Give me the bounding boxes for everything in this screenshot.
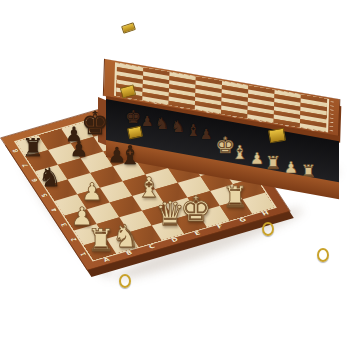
- black-pawn-c7: ♟: [70, 139, 89, 160]
- white-knight-b1: ♞: [112, 221, 140, 252]
- chess-set-photo: ABCDEFGH 12345678 ♚♟♞♞♝♟♚♝♟♜♟♜ ♜♞♟♟♚♟♝♟♟…: [0, 0, 350, 350]
- lid-dot: [330, 101, 334, 102]
- white-rook-a1: ♜: [87, 225, 115, 256]
- lid-dot: [180, 107, 184, 108]
- lid-dot: [311, 130, 315, 131]
- lid-dot: [330, 105, 334, 106]
- lid-dot: [330, 118, 334, 119]
- tray-light-bishop-1: ♝: [231, 143, 248, 162]
- white-rook-g1: ♜: [222, 183, 248, 212]
- box-right-latch-icon: [268, 128, 286, 144]
- lid-dot: [127, 98, 131, 99]
- lid-dot: [330, 114, 334, 115]
- black-knight-a6: ♞: [38, 164, 61, 190]
- tray-dark-bishop-4: ♝: [186, 123, 200, 139]
- lid-dot: [329, 122, 333, 123]
- lid-dot: [232, 116, 236, 117]
- board-hook-right-2-icon: [317, 248, 329, 262]
- white-king-e1: ♚: [180, 192, 211, 227]
- board-hook-right-1-icon: [262, 222, 274, 236]
- tray-dark-knight-2: ♞: [155, 116, 169, 132]
- tray-dark-pawn-5: ♟: [200, 127, 213, 141]
- black-king-d8: ♚: [81, 107, 110, 139]
- lid-back-hinge-icon: [121, 22, 136, 34]
- board-hook-bottom-icon: [119, 274, 131, 288]
- tray-dark-pawn-1: ♟: [141, 114, 154, 128]
- lid-dot: [329, 126, 333, 127]
- lid-dot: [258, 121, 262, 122]
- lid-dot: [330, 109, 334, 110]
- lid-dot: [153, 103, 157, 104]
- black-bishop-e6: ♝: [118, 142, 141, 168]
- white-pawn-b4: ♟: [81, 180, 103, 204]
- tray-dark-knight-3: ♞: [171, 119, 185, 135]
- black-rook-a8: ♜: [22, 135, 44, 160]
- tray-dark-king-0: ♚: [125, 108, 141, 126]
- tray-light-pawn-2: ♟: [250, 151, 264, 167]
- lid-dot: [329, 130, 333, 131]
